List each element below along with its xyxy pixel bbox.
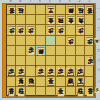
rank-label-2: 二 [97,14,100,24]
square-41[interactable] [56,5,66,15]
square-48[interactable] [56,77,66,87]
square-68[interactable] [36,77,46,87]
square-96[interactable] [7,56,17,66]
square-39[interactable] [66,87,76,97]
rank-label-5: 五 [97,45,100,55]
square-17[interactable] [85,66,95,76]
square-18[interactable] [85,77,95,87]
square-74[interactable] [26,36,36,46]
square-92[interactable] [7,15,17,25]
square-62[interactable] [36,15,46,25]
square-26[interactable] [76,56,86,66]
square-77[interactable] [26,66,36,76]
square-12[interactable] [85,15,95,25]
square-24[interactable] [76,36,86,46]
rank-label-3: 三 [97,24,100,34]
square-15[interactable] [85,46,95,56]
square-66[interactable] [36,56,46,66]
square-61[interactable] [36,5,46,15]
square-98[interactable] [7,77,17,87]
square-86[interactable] [16,56,26,66]
rank-label-7: 七 [97,65,100,75]
square-54[interactable] [46,36,56,46]
file-label-2: 2 [75,0,85,3]
square-72[interactable] [26,15,36,25]
shogi-board[interactable]: 香桂王銀桂香金飛金角歩歩歩歩歩歩歩歩銀歩歩歩歩歩歩歩歩歩角飛金銀玉香桂金桂香 [6,4,95,96]
file-label-3: 3 [65,0,75,3]
square-69[interactable] [36,87,46,97]
file-label-7: 7 [25,0,35,3]
square-84[interactable] [16,36,26,46]
file-label-8: 8 [15,0,25,3]
square-94[interactable] [7,36,17,46]
file-label-4: 4 [55,0,65,3]
square-56[interactable] [46,56,56,66]
file-label-1: 1 [84,0,94,3]
square-35[interactable] [66,46,76,56]
square-59[interactable] [46,87,56,97]
rank-label-1: 一 [97,4,100,14]
square-33[interactable] [66,25,76,35]
square-95[interactable] [7,46,17,56]
square-36[interactable] [66,56,76,66]
file-label-5: 5 [45,0,55,3]
square-79[interactable] [26,87,36,97]
file-label-9: 9 [6,0,16,3]
square-45[interactable] [56,46,66,56]
square-25[interactable] [76,46,86,56]
rank-label-6: 六 [97,55,100,65]
square-55[interactable] [46,46,56,56]
square-13[interactable] [85,25,95,35]
square-63[interactable] [36,25,46,35]
square-64[interactable] [36,36,46,46]
square-71[interactable] [26,5,36,15]
square-44[interactable] [56,36,66,46]
shogi-app-screen: 987654321 香桂王銀桂香金飛金角歩歩歩歩歩歩歩歩銀歩歩歩歩歩歩歩歩歩角飛… [0,0,100,100]
rank-label-8: 八 [97,76,100,86]
square-82[interactable] [16,15,26,25]
square-85[interactable] [16,46,26,56]
file-label-6: 6 [35,0,45,3]
